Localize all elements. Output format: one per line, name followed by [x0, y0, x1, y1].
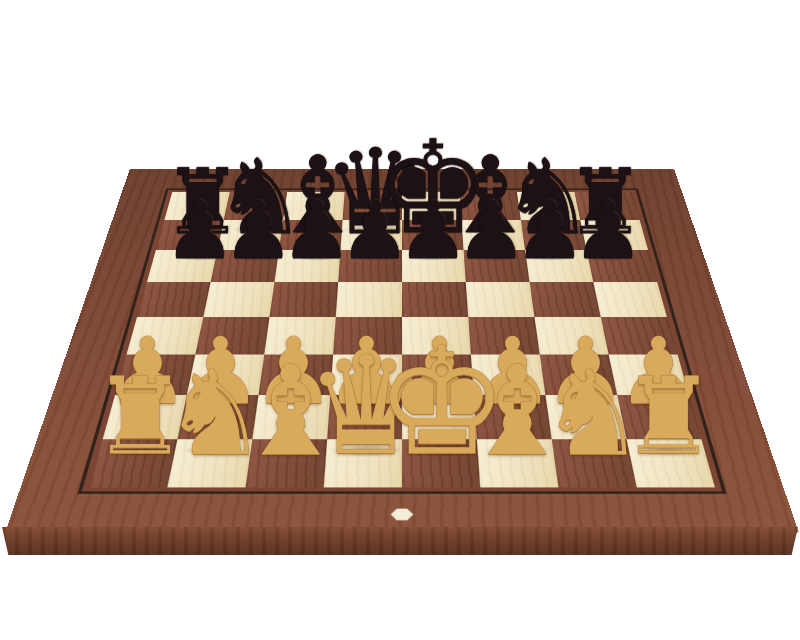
piece-black-pawn-h7[interactable]: ♟: [572, 191, 644, 271]
piece-white-rook-h1[interactable]: ♜: [621, 364, 716, 470]
pieces-layer: ♜♞♝♛♚♝♞♜♟♟♟♟♟♟♟♟♟♟♟♟♟♟♟♟♜♞♝♛♚♝♞♜: [0, 0, 800, 640]
scene: ♜♞♝♛♚♝♞♜♟♟♟♟♟♟♟♟♟♟♟♟♟♟♟♟♜♞♝♛♚♝♞♜: [0, 0, 800, 640]
